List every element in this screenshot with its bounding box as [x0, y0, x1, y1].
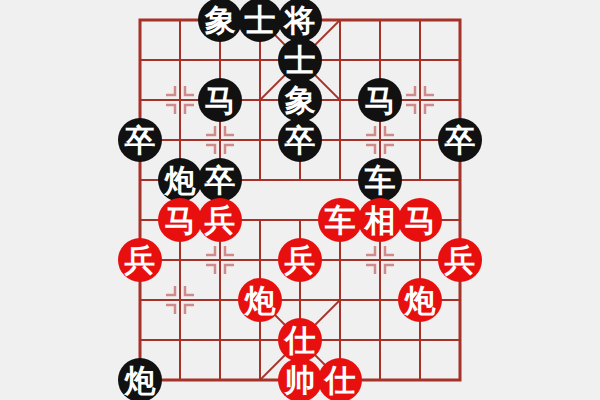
board-point-b7[interactable]: [160, 280, 200, 320]
piece-black-cannon[interactable]: 炮: [118, 358, 162, 400]
board-point-h2[interactable]: [400, 80, 440, 120]
board-point-e3[interactable]: 卒: [280, 120, 320, 160]
board-point-c6[interactable]: [200, 240, 240, 280]
board-point-f5[interactable]: 车: [320, 200, 360, 240]
xiangqi-board: 象士将士马象马卒卒卒炮卒车马兵车相马兵兵兵炮炮仕炮帅仕: [0, 0, 600, 400]
board-point-i4[interactable]: [440, 160, 480, 200]
board-point-b8[interactable]: [160, 320, 200, 360]
board-point-b0[interactable]: [160, 0, 200, 40]
piece-red-soldier[interactable]: 兵: [278, 238, 322, 282]
board-point-a5[interactable]: [120, 200, 160, 240]
board-point-h9[interactable]: [400, 360, 440, 400]
board-point-g3[interactable]: [360, 120, 400, 160]
board-point-c8[interactable]: [200, 320, 240, 360]
board-point-e9[interactable]: 帅: [280, 360, 320, 400]
board-point-i2[interactable]: [440, 80, 480, 120]
piece-black-soldier[interactable]: 卒: [278, 118, 322, 162]
piece-grid: 象士将士马象马卒卒卒炮卒车马兵车相马兵兵兵炮炮仕炮帅仕: [120, 0, 480, 400]
board-point-e4[interactable]: [280, 160, 320, 200]
board-point-h8[interactable]: [400, 320, 440, 360]
board-point-g6[interactable]: [360, 240, 400, 280]
board-point-b9[interactable]: [160, 360, 200, 400]
board-point-d5[interactable]: [240, 200, 280, 240]
board-point-c9[interactable]: [200, 360, 240, 400]
board-point-e2[interactable]: 象: [280, 80, 320, 120]
board-point-g8[interactable]: [360, 320, 400, 360]
board-point-h7[interactable]: 炮: [400, 280, 440, 320]
board-point-c5[interactable]: 兵: [200, 200, 240, 240]
board-point-f0[interactable]: [320, 0, 360, 40]
board-point-d8[interactable]: [240, 320, 280, 360]
piece-red-horse[interactable]: 马: [158, 198, 202, 242]
board-point-g5[interactable]: 相: [360, 200, 400, 240]
board-point-f1[interactable]: [320, 40, 360, 80]
piece-black-chariot[interactable]: 车: [358, 158, 402, 202]
board-point-d6[interactable]: [240, 240, 280, 280]
board-point-i6[interactable]: 兵: [440, 240, 480, 280]
board-point-a4[interactable]: [120, 160, 160, 200]
piece-black-advisor[interactable]: 士: [278, 38, 322, 82]
piece-black-soldier[interactable]: 卒: [118, 118, 162, 162]
board-point-a3[interactable]: 卒: [120, 120, 160, 160]
board-point-d0[interactable]: 士: [240, 0, 280, 40]
piece-red-soldier[interactable]: 兵: [438, 238, 482, 282]
board-point-i3[interactable]: 卒: [440, 120, 480, 160]
board-point-b5[interactable]: 马: [160, 200, 200, 240]
piece-red-cannon[interactable]: 炮: [238, 278, 282, 322]
piece-black-cannon[interactable]: 炮: [158, 158, 202, 202]
piece-black-soldier[interactable]: 卒: [198, 158, 242, 202]
board-point-h0[interactable]: [400, 0, 440, 40]
board-point-e1[interactable]: 士: [280, 40, 320, 80]
piece-red-advisor[interactable]: 仕: [318, 358, 362, 400]
board-point-a0[interactable]: [120, 0, 160, 40]
board-point-c3[interactable]: [200, 120, 240, 160]
board-point-g1[interactable]: [360, 40, 400, 80]
board-point-c0[interactable]: 象: [200, 0, 240, 40]
piece-black-elephant[interactable]: 象: [278, 78, 322, 122]
board-point-i1[interactable]: [440, 40, 480, 80]
board-point-f6[interactable]: [320, 240, 360, 280]
board-point-h5[interactable]: 马: [400, 200, 440, 240]
board-point-i8[interactable]: [440, 320, 480, 360]
board-point-c1[interactable]: [200, 40, 240, 80]
board-point-f2[interactable]: [320, 80, 360, 120]
board-point-d1[interactable]: [240, 40, 280, 80]
board-point-d9[interactable]: [240, 360, 280, 400]
board-point-e0[interactable]: 将: [280, 0, 320, 40]
board-point-a2[interactable]: [120, 80, 160, 120]
board-point-d3[interactable]: [240, 120, 280, 160]
board-point-f3[interactable]: [320, 120, 360, 160]
piece-red-advisor[interactable]: 仕: [278, 318, 322, 362]
board-point-f9[interactable]: 仕: [320, 360, 360, 400]
board-point-e6[interactable]: 兵: [280, 240, 320, 280]
board-point-e7[interactable]: [280, 280, 320, 320]
piece-black-elephant[interactable]: 象: [198, 0, 242, 42]
piece-black-general[interactable]: 将: [278, 0, 322, 42]
board-point-h3[interactable]: [400, 120, 440, 160]
piece-red-cannon[interactable]: 炮: [398, 278, 442, 322]
piece-red-chariot[interactable]: 车: [318, 198, 362, 242]
board-point-a7[interactable]: [120, 280, 160, 320]
board-point-c7[interactable]: [200, 280, 240, 320]
piece-red-horse[interactable]: 马: [398, 198, 442, 242]
board-point-g0[interactable]: [360, 0, 400, 40]
board-point-c2[interactable]: 马: [200, 80, 240, 120]
board-point-a8[interactable]: [120, 320, 160, 360]
board-point-b6[interactable]: [160, 240, 200, 280]
board-point-e8[interactable]: 仕: [280, 320, 320, 360]
board-point-c4[interactable]: 卒: [200, 160, 240, 200]
board-point-b2[interactable]: [160, 80, 200, 120]
piece-red-general[interactable]: 帅: [278, 358, 322, 400]
piece-red-soldier[interactable]: 兵: [198, 198, 242, 242]
board-point-i0[interactable]: [440, 0, 480, 40]
board-point-d4[interactable]: [240, 160, 280, 200]
board-point-i9[interactable]: [440, 360, 480, 400]
board-point-b4[interactable]: 炮: [160, 160, 200, 200]
board-point-h6[interactable]: [400, 240, 440, 280]
board-point-i7[interactable]: [440, 280, 480, 320]
piece-red-soldier[interactable]: 兵: [118, 238, 162, 282]
piece-black-soldier[interactable]: 卒: [438, 118, 482, 162]
piece-black-horse[interactable]: 马: [358, 78, 402, 122]
board-point-h1[interactable]: [400, 40, 440, 80]
board-point-g4[interactable]: 车: [360, 160, 400, 200]
board-point-i5[interactable]: [440, 200, 480, 240]
board-point-g7[interactable]: [360, 280, 400, 320]
board-point-h4[interactable]: [400, 160, 440, 200]
board-point-a1[interactable]: [120, 40, 160, 80]
piece-black-horse[interactable]: 马: [198, 78, 242, 122]
board-point-f7[interactable]: [320, 280, 360, 320]
board-point-g9[interactable]: [360, 360, 400, 400]
piece-black-advisor[interactable]: 士: [238, 0, 282, 42]
board-point-g2[interactable]: 马: [360, 80, 400, 120]
board-point-a6[interactable]: 兵: [120, 240, 160, 280]
board-point-b1[interactable]: [160, 40, 200, 80]
piece-red-elephant[interactable]: 相: [358, 198, 402, 242]
board-point-d7[interactable]: 炮: [240, 280, 280, 320]
board-point-b3[interactable]: [160, 120, 200, 160]
board-point-f4[interactable]: [320, 160, 360, 200]
board-point-d2[interactable]: [240, 80, 280, 120]
board-point-a9[interactable]: 炮: [120, 360, 160, 400]
board-point-e5[interactable]: [280, 200, 320, 240]
board-point-f8[interactable]: [320, 320, 360, 360]
